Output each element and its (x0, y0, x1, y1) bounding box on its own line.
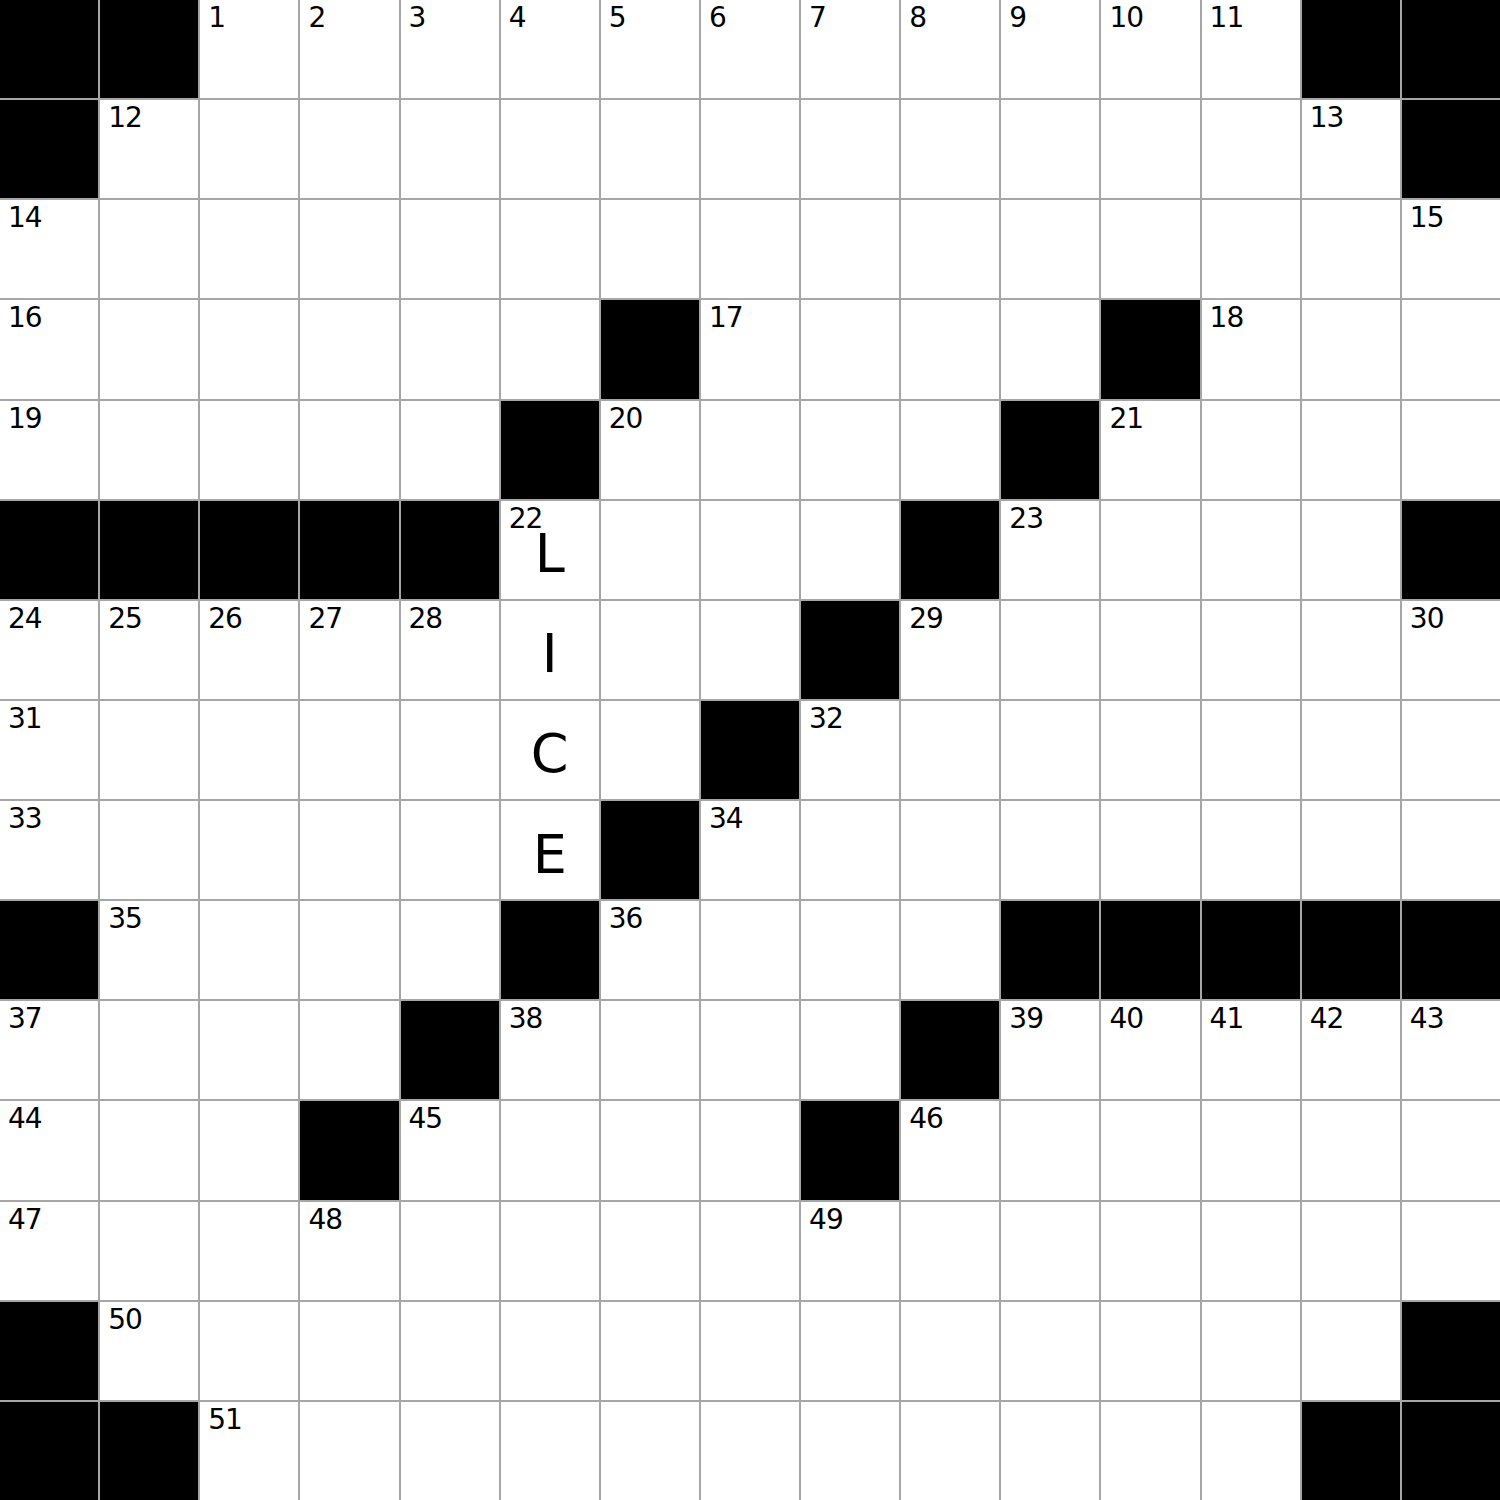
grid-cell[interactable] (801, 1402, 899, 1500)
grid-cell[interactable] (701, 1001, 799, 1099)
grid-cell[interactable] (100, 1202, 198, 1300)
grid-cell[interactable] (501, 300, 599, 398)
grid-cell[interactable] (1101, 1402, 1199, 1500)
block-cell (1001, 401, 1099, 499)
clue-number: 45 (409, 1104, 443, 1135)
grid-cell[interactable] (401, 401, 499, 499)
block-cell (401, 501, 499, 599)
grid-cell[interactable] (100, 801, 198, 899)
grid-cell[interactable] (1302, 300, 1400, 398)
grid-cell[interactable]: 4 (501, 0, 599, 98)
grid-cell[interactable]: 5 (601, 0, 699, 98)
grid-cell[interactable] (100, 300, 198, 398)
block-cell (100, 501, 198, 599)
grid-cell[interactable] (401, 1202, 499, 1300)
grid-cell[interactable]: 26 (200, 601, 298, 699)
grid-cell[interactable] (1202, 501, 1300, 599)
clue-number: 9 (1009, 3, 1026, 34)
grid-cell[interactable] (300, 200, 398, 298)
grid-cell[interactable] (100, 1001, 198, 1099)
grid-cell[interactable] (300, 701, 398, 799)
grid-cell[interactable]: 15 (1402, 200, 1500, 298)
clue-number: 38 (509, 1004, 543, 1035)
clue-number: 22 (509, 504, 543, 535)
grid-cell[interactable] (200, 1001, 298, 1099)
block-cell (1302, 1402, 1400, 1500)
grid-cell[interactable] (801, 801, 899, 899)
clue-number: 47 (8, 1205, 42, 1236)
grid-cell[interactable] (801, 1001, 899, 1099)
block-cell (1402, 901, 1500, 999)
grid-cell[interactable] (801, 901, 899, 999)
block-cell (1101, 300, 1199, 398)
grid-cell[interactable]: 22L (501, 501, 599, 599)
clue-number: 39 (1009, 1004, 1043, 1035)
grid-cell[interactable]: 18 (1202, 300, 1300, 398)
grid-cell[interactable] (1402, 1202, 1500, 1300)
grid-cell[interactable] (1402, 801, 1500, 899)
block-cell (501, 901, 599, 999)
clue-number: 27 (308, 604, 342, 635)
grid-cell[interactable] (901, 100, 999, 198)
grid-cell[interactable] (901, 401, 999, 499)
grid-cell[interactable]: 23 (1001, 501, 1099, 599)
grid-cell[interactable] (501, 1402, 599, 1500)
clue-number: 48 (308, 1205, 342, 1236)
clue-number: 33 (8, 804, 42, 835)
grid-cell[interactable]: 32 (801, 701, 899, 799)
grid-cell[interactable]: 34 (701, 801, 799, 899)
grid-cell[interactable]: 31 (0, 701, 98, 799)
grid-cell[interactable] (1101, 100, 1199, 198)
grid-cell[interactable]: 44 (0, 1101, 98, 1199)
grid-cell[interactable] (601, 701, 699, 799)
grid-cell[interactable] (1001, 1202, 1099, 1300)
block-cell (1001, 901, 1099, 999)
grid-cell[interactable] (901, 1302, 999, 1400)
grid-cell[interactable]: 30 (1402, 601, 1500, 699)
grid-cell[interactable] (801, 100, 899, 198)
grid-cell[interactable] (701, 401, 799, 499)
clue-number: 25 (108, 604, 142, 635)
block-cell (801, 601, 899, 699)
grid-cell[interactable]: 25 (100, 601, 198, 699)
grid-cell[interactable] (601, 601, 699, 699)
clue-number: 20 (609, 404, 643, 435)
grid-cell[interactable] (1001, 100, 1099, 198)
grid-cell[interactable] (401, 801, 499, 899)
clue-number: 17 (709, 303, 743, 334)
grid-cell[interactable] (701, 1402, 799, 1500)
grid-cell[interactable]: 40 (1101, 1001, 1199, 1099)
grid-cell[interactable]: 6 (701, 0, 799, 98)
grid-cell[interactable] (601, 1202, 699, 1300)
grid-cell[interactable] (601, 200, 699, 298)
block-cell (1402, 1302, 1500, 1400)
grid-cell[interactable]: 1 (200, 0, 298, 98)
grid-cell[interactable] (601, 501, 699, 599)
clue-number: 16 (8, 303, 42, 334)
grid-cell[interactable] (1402, 701, 1500, 799)
grid-cell[interactable]: 36 (601, 901, 699, 999)
block-cell (1302, 0, 1400, 98)
grid-cell[interactable]: 39 (1001, 1001, 1099, 1099)
grid-cell[interactable]: 2 (300, 0, 398, 98)
grid-cell[interactable] (300, 1402, 398, 1500)
grid-cell[interactable] (200, 401, 298, 499)
grid-cell[interactable] (1302, 601, 1400, 699)
grid-cell[interactable] (300, 300, 398, 398)
clue-number: 13 (1310, 103, 1344, 134)
grid-cell[interactable] (1001, 300, 1099, 398)
clue-number: 18 (1210, 303, 1244, 334)
grid-cell[interactable]: 29 (901, 601, 999, 699)
block-cell (100, 1402, 198, 1500)
grid-cell[interactable]: 45 (401, 1101, 499, 1199)
grid-cell[interactable] (1001, 701, 1099, 799)
grid-cell[interactable] (601, 100, 699, 198)
grid-cell[interactable] (200, 100, 298, 198)
grid-cell[interactable]: 11 (1202, 0, 1300, 98)
block-cell (1402, 100, 1500, 198)
clue-number: 26 (208, 604, 242, 635)
grid-cell[interactable] (901, 200, 999, 298)
clue-number: 7 (809, 3, 826, 34)
grid-cell[interactable] (300, 801, 398, 899)
grid-cell[interactable]: 49 (801, 1202, 899, 1300)
block-cell (1402, 0, 1500, 98)
grid-cell[interactable] (401, 701, 499, 799)
clue-number: 12 (108, 103, 142, 134)
grid-cell[interactable] (801, 300, 899, 398)
cell-letter: C (531, 722, 569, 785)
grid-cell[interactable] (200, 1302, 298, 1400)
grid-cell[interactable]: 12 (100, 100, 198, 198)
clue-number: 15 (1410, 203, 1444, 234)
grid-cell[interactable] (200, 300, 298, 398)
block-cell (801, 1101, 899, 1199)
grid-cell[interactable] (1001, 200, 1099, 298)
grid-cell[interactable] (901, 901, 999, 999)
clue-number: 14 (8, 203, 42, 234)
grid-cell[interactable] (1302, 701, 1400, 799)
grid-cell[interactable] (701, 501, 799, 599)
grid-cell[interactable] (1202, 801, 1300, 899)
clue-number: 11 (1210, 3, 1244, 34)
clue-number: 2 (308, 3, 325, 34)
grid-cell[interactable] (1202, 1101, 1300, 1199)
block-cell (1402, 1402, 1500, 1500)
grid-cell[interactable] (901, 801, 999, 899)
grid-cell[interactable] (200, 701, 298, 799)
grid-cell[interactable] (1101, 1202, 1199, 1300)
grid-cell[interactable] (1101, 601, 1199, 699)
grid-cell[interactable] (1202, 100, 1300, 198)
grid-cell[interactable]: 13 (1302, 100, 1400, 198)
grid-cell[interactable] (401, 300, 499, 398)
block-cell (401, 1001, 499, 1099)
block-cell (701, 701, 799, 799)
grid-cell[interactable] (401, 1302, 499, 1400)
grid-cell[interactable] (1101, 501, 1199, 599)
grid-cell[interactable] (701, 901, 799, 999)
grid-cell[interactable] (1202, 1302, 1300, 1400)
grid-cell[interactable]: 14 (0, 200, 98, 298)
grid-cell[interactable]: 17 (701, 300, 799, 398)
grid-cell[interactable] (100, 1101, 198, 1199)
block-cell (901, 501, 999, 599)
grid-cell[interactable] (701, 1202, 799, 1300)
clue-number: 35 (108, 904, 142, 935)
block-cell (100, 0, 198, 98)
grid-cell[interactable]: 47 (0, 1202, 98, 1300)
grid-cell[interactable] (1202, 1202, 1300, 1300)
grid-cell[interactable]: 20 (601, 401, 699, 499)
grid-cell[interactable] (300, 100, 398, 198)
grid-cell[interactable] (1101, 1302, 1199, 1400)
grid-cell[interactable] (501, 1302, 599, 1400)
grid-cell[interactable] (601, 1101, 699, 1199)
grid-cell[interactable] (1302, 1202, 1400, 1300)
grid-cell[interactable] (901, 701, 999, 799)
grid-cell[interactable]: 51 (200, 1402, 298, 1500)
block-cell (1101, 901, 1199, 999)
block-cell (0, 1402, 98, 1500)
grid-cell[interactable] (801, 200, 899, 298)
grid-cell[interactable] (1001, 601, 1099, 699)
grid-cell[interactable]: 28 (401, 601, 499, 699)
clue-number: 1 (208, 3, 225, 34)
grid-cell[interactable] (1202, 601, 1300, 699)
grid-cell[interactable]: 10 (1101, 0, 1199, 98)
grid-cell[interactable] (200, 901, 298, 999)
grid-cell[interactable] (1302, 501, 1400, 599)
grid-cell[interactable] (1202, 1402, 1300, 1500)
block-cell (0, 100, 98, 198)
grid-cell[interactable] (1402, 300, 1500, 398)
grid-cell[interactable] (1001, 1302, 1099, 1400)
clue-number: 32 (809, 704, 843, 735)
block-cell (300, 501, 398, 599)
grid-cell[interactable] (801, 501, 899, 599)
block-cell (0, 1302, 98, 1400)
grid-cell[interactable] (1101, 1101, 1199, 1199)
grid-cell[interactable] (601, 1402, 699, 1500)
grid-cell[interactable] (701, 1302, 799, 1400)
grid-cell[interactable]: 27 (300, 601, 398, 699)
grid-cell[interactable] (1302, 1101, 1400, 1199)
grid-cell[interactable] (100, 401, 198, 499)
grid-cell[interactable] (601, 1302, 699, 1400)
clue-number: 30 (1410, 604, 1444, 635)
grid-cell[interactable] (401, 100, 499, 198)
block-cell (200, 501, 298, 599)
block-cell (501, 401, 599, 499)
grid-cell[interactable] (801, 1302, 899, 1400)
grid-cell[interactable]: 19 (0, 401, 98, 499)
grid-cell[interactable] (200, 1101, 298, 1199)
grid-cell[interactable] (1302, 801, 1400, 899)
grid-cell[interactable]: 38 (501, 1001, 599, 1099)
block-cell (0, 901, 98, 999)
grid-cell[interactable] (501, 200, 599, 298)
clue-number: 40 (1109, 1004, 1143, 1035)
clue-number: 29 (909, 604, 943, 635)
block-cell (901, 1001, 999, 1099)
grid-cell[interactable] (1302, 401, 1400, 499)
block-cell (0, 501, 98, 599)
grid-cell[interactable] (200, 1202, 298, 1300)
cell-letter: E (533, 823, 567, 886)
grid-cell[interactable] (100, 701, 198, 799)
grid-cell[interactable] (501, 100, 599, 198)
block-cell (1402, 501, 1500, 599)
clue-number: 31 (8, 704, 42, 735)
grid-cell[interactable] (1101, 801, 1199, 899)
clue-number: 46 (909, 1104, 943, 1135)
grid-cell[interactable] (1302, 1302, 1400, 1400)
grid-cell[interactable]: 8 (901, 0, 999, 98)
grid-cell[interactable] (401, 200, 499, 298)
grid-cell[interactable]: 21 (1101, 401, 1199, 499)
grid-cell[interactable] (300, 901, 398, 999)
clue-number: 19 (8, 404, 42, 435)
clue-number: 6 (709, 3, 726, 34)
grid-cell[interactable] (300, 1001, 398, 1099)
clue-number: 4 (509, 3, 526, 34)
clue-number: 44 (8, 1104, 42, 1135)
grid-cell[interactable] (401, 901, 499, 999)
clue-number: 42 (1310, 1004, 1344, 1035)
grid-cell[interactable] (701, 1101, 799, 1199)
grid-cell[interactable] (1402, 1101, 1500, 1199)
grid-cell[interactable]: 33 (0, 801, 98, 899)
grid-cell[interactable] (901, 1402, 999, 1500)
clue-number: 49 (809, 1205, 843, 1236)
clue-number: 43 (1410, 1004, 1444, 1035)
grid-cell[interactable] (701, 100, 799, 198)
grid-cell[interactable]: 42 (1302, 1001, 1400, 1099)
grid-cell[interactable]: 50 (100, 1302, 198, 1400)
clue-number: 28 (409, 604, 443, 635)
grid-cell[interactable]: I (501, 601, 599, 699)
grid-cell[interactable] (100, 200, 198, 298)
grid-cell[interactable] (1402, 401, 1500, 499)
grid-cell[interactable] (701, 200, 799, 298)
grid-cell[interactable]: 41 (1202, 1001, 1300, 1099)
grid-cell[interactable] (801, 401, 899, 499)
grid-cell[interactable] (901, 1202, 999, 1300)
clue-number: 50 (108, 1305, 142, 1336)
grid-cell[interactable]: 43 (1402, 1001, 1500, 1099)
grid-cell[interactable]: 9 (1001, 0, 1099, 98)
grid-cell[interactable]: 46 (901, 1101, 999, 1199)
grid-cell[interactable] (901, 300, 999, 398)
grid-cell[interactable] (501, 1202, 599, 1300)
block-cell (601, 300, 699, 398)
grid-cell[interactable] (1202, 401, 1300, 499)
block-cell (1302, 901, 1400, 999)
grid-cell[interactable] (300, 1302, 398, 1400)
grid-cell[interactable]: C (501, 701, 599, 799)
grid-cell[interactable] (200, 200, 298, 298)
clue-number: 5 (609, 3, 626, 34)
clue-number: 10 (1109, 3, 1143, 34)
clue-number: 8 (909, 3, 926, 34)
grid-cell[interactable] (401, 1402, 499, 1500)
block-cell (0, 0, 98, 98)
clue-number: 51 (208, 1405, 242, 1436)
grid-cell[interactable] (1101, 701, 1199, 799)
grid-cell[interactable]: 37 (0, 1001, 98, 1099)
block-cell (601, 801, 699, 899)
clue-number: 36 (609, 904, 643, 935)
grid-cell[interactable]: 16 (0, 300, 98, 398)
cell-letter: I (542, 622, 558, 685)
grid-cell[interactable]: E (501, 801, 599, 899)
clue-number: 37 (8, 1004, 42, 1035)
clue-number: 34 (709, 804, 743, 835)
grid-cell[interactable]: 48 (300, 1202, 398, 1300)
crossword-grid: 12345678910111213141516171819202122L2324… (0, 0, 1500, 1500)
clue-number: 41 (1210, 1004, 1244, 1035)
grid-cell[interactable]: 7 (801, 0, 899, 98)
clue-number: 21 (1109, 404, 1143, 435)
grid-cell[interactable] (1202, 200, 1300, 298)
grid-cell[interactable] (1001, 801, 1099, 899)
clue-number: 24 (8, 604, 42, 635)
grid-cell[interactable] (1001, 1402, 1099, 1500)
grid-cell[interactable]: 3 (401, 0, 499, 98)
clue-number: 3 (409, 3, 426, 34)
grid-cell[interactable] (1001, 1101, 1099, 1199)
grid-cell[interactable]: 35 (100, 901, 198, 999)
grid-cell[interactable] (701, 601, 799, 699)
grid-cell[interactable]: 24 (0, 601, 98, 699)
grid-cell[interactable] (1202, 701, 1300, 799)
grid-cell[interactable] (1302, 200, 1400, 298)
grid-cell[interactable] (501, 1101, 599, 1199)
clue-number: 23 (1009, 504, 1043, 535)
grid-cell[interactable] (1101, 200, 1199, 298)
block-cell (1202, 901, 1300, 999)
grid-cell[interactable] (601, 1001, 699, 1099)
grid-cell[interactable] (200, 801, 298, 899)
grid-cell[interactable] (300, 401, 398, 499)
block-cell (300, 1101, 398, 1199)
